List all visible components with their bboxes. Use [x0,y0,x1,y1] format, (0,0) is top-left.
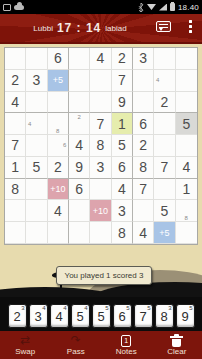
cell-value: 3 [97,159,105,175]
cell-value: 7 [161,159,169,175]
cell-r5c5[interactable]: 8 [90,135,111,157]
action-label: Clear [167,347,186,356]
cell-value: 8 [11,181,19,197]
cell-r6c6[interactable]: 6 [112,157,133,179]
status-left-icons [3,4,24,11]
number-tile-3-2[interactable]: 34 [29,304,48,328]
cell-r8c7[interactable] [133,200,154,222]
cell-r8c4[interactable] [69,200,90,222]
cell-r9c9[interactable] [176,222,197,244]
cell-r6c8[interactable]: 7 [154,157,175,179]
tile-number: 3 [34,309,41,324]
menu-dot [189,20,192,23]
bonus-label: +10 [50,184,65,194]
tile-badge: 4 [42,305,45,311]
cell-r5c2[interactable] [26,135,47,157]
sudoku-app: 18.40 Lubbi 17 : 14 labiad 642323+574492… [0,0,202,359]
cell-r7c6[interactable]: 4 [112,179,133,201]
cell-r8c1[interactable] [5,200,26,222]
cell-r7c2[interactable] [26,179,47,201]
cell-value: 5 [182,116,190,132]
cell-r2c5[interactable] [90,70,111,92]
cell-value: 2 [139,137,147,153]
cell-value: 4 [182,159,190,175]
pass-button[interactable]: ↷Pass [53,334,99,356]
cell-r1c8[interactable] [154,48,175,70]
cell-value: 4 [139,225,147,241]
cell-r5c6[interactable]: 5 [112,135,133,157]
menu-dot [189,25,192,28]
cell-value: 9 [118,94,126,110]
number-tile-7-7[interactable]: 75 [134,304,153,328]
cell-r1c1[interactable] [5,48,26,70]
cell-r4c6[interactable]: 1 [112,113,133,135]
bluetooth-icon [138,3,144,12]
cell-r3c9[interactable] [176,92,197,114]
cell-value: 7 [11,137,19,153]
cell-r7c5[interactable] [90,179,111,201]
tile-number: 2 [13,309,20,324]
cell-r9c7[interactable]: 4 [133,222,154,244]
cell-r9c5[interactable] [90,222,111,244]
wifi-icon [147,4,156,10]
cell-r6c3[interactable]: 2 [48,157,69,179]
cell-value: 8 [118,225,126,241]
pencil-note: 2 [76,113,83,120]
cell-value: 4 [11,94,19,110]
cell-value: 4 [97,50,105,66]
overflow-menu-button[interactable] [189,20,192,33]
cell-r7c7[interactable]: 7 [133,179,154,201]
cell-value: 7 [97,116,105,132]
cell-r1c4[interactable] [69,48,90,70]
cell-r4c9[interactable]: 5 [176,113,197,135]
cell-r8c2[interactable] [26,200,47,222]
tile-badge: 5 [147,305,150,311]
tile-badge: 5 [105,305,108,311]
tile-rack: 233444545565758395 [0,297,202,331]
cell-r6c5[interactable]: 3 [90,157,111,179]
pass-icon: ↷ [71,334,81,347]
cell-value: 2 [118,50,126,66]
clear-icon [170,334,183,347]
cell-value: 1 [118,116,126,132]
cell-r1c3[interactable]: 6 [48,48,69,70]
cloud-upload-icon [14,5,24,10]
cell-r6c1[interactable]: 1 [5,157,26,179]
cell-r6c9[interactable]: 4 [176,157,197,179]
cell-r4c4[interactable]: 2 [69,113,90,135]
number-tile-8-8[interactable]: 83 [155,304,174,328]
cell-r3c1[interactable]: 4 [5,92,26,114]
cell-r9c3[interactable] [48,222,69,244]
status-bar: 18.40 [0,0,202,14]
cell-r2c3[interactable]: +5 [48,70,69,92]
cell-r3c8[interactable]: 2 [154,92,175,114]
cell-r4c2[interactable]: 4 [26,113,47,135]
cell-r2c2[interactable]: 3 [26,70,47,92]
cell-r5c8[interactable] [154,135,175,157]
swap-icon: ⇄ [20,334,30,347]
cell-r2c8[interactable]: 4 [154,70,175,92]
player-left-name: Lubbi [33,24,53,33]
cell-r1c5[interactable]: 4 [90,48,111,70]
cell-value: 6 [118,159,126,175]
score-value: 17 : 14 [57,21,101,35]
cell-r1c2[interactable] [26,48,47,70]
cell-value: 6 [54,50,62,66]
cell-value: 4 [118,181,126,197]
action-label: Swap [15,347,35,356]
cell-value: 9 [75,159,83,175]
cell-value: 1 [182,181,190,197]
cell-r2c4[interactable] [69,70,90,92]
cell-value: 4 [54,203,62,219]
tile-number: 9 [181,309,188,324]
pencil-note: 8 [54,127,61,134]
number-tile-9-9[interactable]: 95 [176,304,195,328]
cell-r1c6[interactable]: 2 [112,48,133,70]
pencil-note: 4 [26,120,33,127]
signal-icon [159,4,167,11]
notes-button[interactable]: 1Notes [103,335,149,356]
cell-value: 2 [54,159,62,175]
cell-value: 7 [118,72,126,88]
tile-badge: 4 [84,305,87,311]
cell-value: 5 [161,203,169,219]
cell-value: 1 [11,159,19,175]
sudoku-grid: 642323+57449248271657648521529368748+106… [4,47,198,245]
battery-icon [170,3,175,11]
status-right-icons: 18.40 [138,3,199,12]
tile-number: 8 [160,309,167,324]
chat-button[interactable] [156,21,170,33]
cell-r1c7[interactable]: 3 [133,48,154,70]
cell-r2c1[interactable]: 2 [5,70,26,92]
clock: 18.40 [178,3,199,12]
cell-r3c2[interactable] [26,92,47,114]
cell-value: 8 [97,137,105,153]
cell-r5c7[interactable]: 2 [133,135,154,157]
cell-r3c5[interactable] [90,92,111,114]
game-header: Lubbi 17 : 14 labiad [0,14,202,44]
cell-r5c3[interactable]: 6 [48,135,69,157]
score-toast: You played 1 scored 3 [56,266,152,285]
cell-r1c9[interactable] [176,48,197,70]
number-tile-4-3[interactable]: 44 [50,304,69,328]
cell-r9c2[interactable] [26,222,47,244]
tile-badge: 4 [63,305,66,311]
cell-r2c6[interactable]: 7 [112,70,133,92]
cell-r6c2[interactable]: 5 [26,157,47,179]
action-bar: ⇄Swap↷Pass1NotesClear [0,331,202,359]
cell-r2c9[interactable] [176,70,197,92]
photo-icon [3,4,11,11]
cell-r3c4[interactable] [69,92,90,114]
bonus-label: +5 [159,228,169,238]
tile-badge: 5 [126,305,129,311]
pencil-note: 8 [183,214,190,221]
cell-r9c8[interactable]: +5 [154,222,175,244]
cell-r4c7[interactable]: 6 [133,113,154,135]
tile-number: 5 [97,309,104,324]
cell-r3c7[interactable] [133,92,154,114]
number-tile-2-1[interactable]: 23 [8,304,27,328]
cell-value: 3 [139,50,147,66]
menu-dot [189,30,192,33]
cell-value: 7 [139,181,147,197]
cell-value: 4 [75,137,83,153]
cell-value: 3 [118,203,126,219]
pencil-note: 4 [154,77,161,84]
cell-value: 2 [11,72,19,88]
cell-r7c1[interactable]: 8 [5,179,26,201]
cell-value: 5 [33,159,41,175]
number-tile-6-6[interactable]: 65 [113,304,132,328]
chat-bubble-icon [156,21,171,32]
cell-r3c6[interactable]: 9 [112,92,133,114]
pencil-note: 6 [61,142,68,149]
cell-r8c9[interactable]: 8 [176,200,197,222]
bonus-label: +10 [93,206,108,216]
tile-badge: 5 [189,305,192,311]
cell-r5c9[interactable] [176,135,197,157]
cell-r6c4[interactable]: 9 [69,157,90,179]
clear-button[interactable]: Clear [154,334,200,356]
score-line: Lubbi 17 : 14 labiad [0,21,160,35]
cell-r8c3[interactable]: 4 [48,200,69,222]
cell-r8c8[interactable]: 5 [154,200,175,222]
cell-r2c7[interactable] [133,70,154,92]
cell-r7c9[interactable]: 1 [176,179,197,201]
tile-number: 5 [76,309,83,324]
cell-r9c6[interactable]: 8 [112,222,133,244]
cell-r9c4[interactable] [69,222,90,244]
tile-number: 6 [118,309,125,324]
cell-r6c7[interactable]: 8 [133,157,154,179]
tile-badge: 3 [21,305,24,311]
cell-r5c1[interactable]: 7 [5,135,26,157]
cell-r7c8[interactable] [154,179,175,201]
cell-value: 5 [118,137,126,153]
tile-number: 4 [55,309,62,324]
cell-r8c6[interactable]: 3 [112,200,133,222]
cell-value: 3 [33,72,41,88]
cell-r4c8[interactable] [154,113,175,135]
cell-r7c4[interactable]: 6 [69,179,90,201]
cell-value: 8 [139,159,147,175]
cell-value: 6 [139,116,147,132]
action-label: Pass [67,347,85,356]
tile-badge: 3 [168,305,171,311]
number-tile-5-4[interactable]: 54 [71,304,90,328]
cell-r4c1[interactable] [5,113,26,135]
player-right-name: labiad [105,24,126,33]
cell-r3c3[interactable] [48,92,69,114]
action-label: Notes [116,347,137,356]
bonus-label: +5 [53,75,63,85]
cell-value: 2 [161,94,169,110]
swap-button[interactable]: ⇄Swap [2,334,48,356]
cell-r7c3[interactable]: +10 [48,179,69,201]
number-tile-5-5[interactable]: 55 [92,304,111,328]
cell-r5c4[interactable]: 4 [69,135,90,157]
tile-number: 7 [139,309,146,324]
cell-r8c5[interactable]: +10 [90,200,111,222]
cell-r9c1[interactable] [5,222,26,244]
cell-r4c3[interactable]: 8 [48,113,69,135]
cell-value: 6 [75,181,83,197]
notes-icon: 1 [121,335,131,347]
cell-r4c5[interactable]: 7 [90,113,111,135]
